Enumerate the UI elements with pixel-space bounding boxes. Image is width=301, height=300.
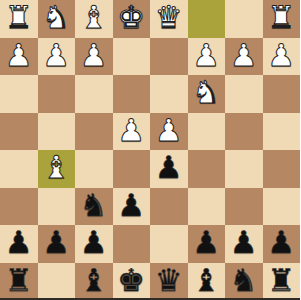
square-b8[interactable]: ♞: [225, 263, 263, 300]
square-h6[interactable]: [0, 188, 38, 226]
square-h1[interactable]: ♜: [0, 0, 38, 38]
square-d3[interactable]: [150, 75, 188, 113]
square-e4[interactable]: ♟: [113, 113, 151, 151]
white-bishop-g5[interactable]: ♝: [42, 152, 70, 183]
black-bishop-f8[interactable]: ♝: [80, 265, 108, 296]
square-d7[interactable]: [150, 225, 188, 263]
square-b6[interactable]: [225, 188, 263, 226]
square-a7[interactable]: ♟: [263, 225, 301, 263]
square-d5[interactable]: ♟: [150, 150, 188, 188]
square-d8[interactable]: ♛: [150, 263, 188, 300]
square-c4[interactable]: [188, 113, 226, 151]
square-e3[interactable]: [113, 75, 151, 113]
square-d6[interactable]: [150, 188, 188, 226]
black-rook-a8[interactable]: ♜: [267, 265, 295, 296]
square-f2[interactable]: ♟: [75, 38, 113, 76]
square-a6[interactable]: [263, 188, 301, 226]
black-king-e8[interactable]: ♚: [117, 265, 145, 296]
white-pawn-a2[interactable]: ♟: [267, 40, 295, 71]
white-pawn-c2[interactable]: ♟: [192, 40, 220, 71]
square-g2[interactable]: ♟: [38, 38, 76, 76]
square-c1[interactable]: [188, 0, 226, 38]
square-c5[interactable]: [188, 150, 226, 188]
black-knight-f6[interactable]: ♞: [80, 190, 108, 221]
square-e6[interactable]: ♟: [113, 188, 151, 226]
square-a5[interactable]: [263, 150, 301, 188]
square-f6[interactable]: ♞: [75, 188, 113, 226]
square-g4[interactable]: [38, 113, 76, 151]
white-bishop-f1[interactable]: ♝: [80, 2, 108, 33]
white-queen-d1[interactable]: ♛: [155, 2, 183, 33]
white-knight-g1[interactable]: ♞: [42, 2, 70, 33]
square-g1[interactable]: ♞: [38, 0, 76, 38]
square-a3[interactable]: [263, 75, 301, 113]
square-h5[interactable]: [0, 150, 38, 188]
square-a2[interactable]: ♟: [263, 38, 301, 76]
square-e2[interactable]: [113, 38, 151, 76]
black-pawn-c7[interactable]: ♟: [192, 227, 220, 258]
square-f8[interactable]: ♝: [75, 263, 113, 300]
square-h4[interactable]: [0, 113, 38, 151]
black-pawn-h7[interactable]: ♟: [5, 227, 33, 258]
square-a1[interactable]: ♜: [263, 0, 301, 38]
square-h3[interactable]: [0, 75, 38, 113]
black-pawn-b7[interactable]: ♟: [230, 227, 258, 258]
square-b5[interactable]: [225, 150, 263, 188]
square-d2[interactable]: [150, 38, 188, 76]
white-pawn-f2[interactable]: ♟: [80, 40, 108, 71]
black-rook-h8[interactable]: ♜: [5, 265, 33, 296]
square-b4[interactable]: [225, 113, 263, 151]
square-f7[interactable]: ♟: [75, 225, 113, 263]
white-rook-h1[interactable]: ♜: [5, 2, 33, 33]
square-e1[interactable]: ♚: [113, 0, 151, 38]
square-b7[interactable]: ♟: [225, 225, 263, 263]
square-g6[interactable]: [38, 188, 76, 226]
black-queen-d8[interactable]: ♛: [155, 265, 183, 296]
white-pawn-g2[interactable]: ♟: [42, 40, 70, 71]
square-a8[interactable]: ♜: [263, 263, 301, 300]
square-c6[interactable]: [188, 188, 226, 226]
black-knight-b8[interactable]: ♞: [230, 265, 258, 296]
square-c3[interactable]: ♞: [188, 75, 226, 113]
chess-board-wrap: ♜♞♝♚♛♜♟♟♟♟♟♟♞♟♟♝♟♞♟♟♟♟♟♟♟♜♝♚♛♝♞♜: [0, 0, 300, 300]
black-pawn-d5[interactable]: ♟: [155, 152, 183, 183]
black-pawn-g7[interactable]: ♟: [42, 227, 70, 258]
square-e5[interactable]: [113, 150, 151, 188]
square-a4[interactable]: [263, 113, 301, 151]
square-b1[interactable]: [225, 0, 263, 38]
square-e7[interactable]: [113, 225, 151, 263]
square-e8[interactable]: ♚: [113, 263, 151, 300]
square-d1[interactable]: ♛: [150, 0, 188, 38]
black-pawn-a7[interactable]: ♟: [267, 227, 295, 258]
square-g8[interactable]: [38, 263, 76, 300]
square-g5[interactable]: ♝: [38, 150, 76, 188]
black-bishop-c8[interactable]: ♝: [192, 265, 220, 296]
white-rook-a1[interactable]: ♜: [267, 2, 295, 33]
square-f3[interactable]: [75, 75, 113, 113]
square-g3[interactable]: [38, 75, 76, 113]
square-c8[interactable]: ♝: [188, 263, 226, 300]
square-h7[interactable]: ♟: [0, 225, 38, 263]
square-b3[interactable]: [225, 75, 263, 113]
chess-board: ♜♞♝♚♛♜♟♟♟♟♟♟♞♟♟♝♟♞♟♟♟♟♟♟♟♜♝♚♛♝♞♜: [0, 0, 300, 300]
white-pawn-h2[interactable]: ♟: [5, 40, 33, 71]
square-f5[interactable]: [75, 150, 113, 188]
white-king-e1[interactable]: ♚: [117, 2, 145, 33]
square-c2[interactable]: ♟: [188, 38, 226, 76]
white-pawn-e4[interactable]: ♟: [117, 115, 145, 146]
white-pawn-d4[interactable]: ♟: [155, 115, 183, 146]
square-f4[interactable]: [75, 113, 113, 151]
black-pawn-f7[interactable]: ♟: [80, 227, 108, 258]
white-pawn-b2[interactable]: ♟: [230, 40, 258, 71]
square-h2[interactable]: ♟: [0, 38, 38, 76]
square-d4[interactable]: ♟: [150, 113, 188, 151]
square-c7[interactable]: ♟: [188, 225, 226, 263]
square-f1[interactable]: ♝: [75, 0, 113, 38]
square-g7[interactable]: ♟: [38, 225, 76, 263]
black-pawn-e6[interactable]: ♟: [117, 190, 145, 221]
white-knight-c3[interactable]: ♞: [192, 77, 220, 108]
square-b2[interactable]: ♟: [225, 38, 263, 76]
square-h8[interactable]: ♜: [0, 263, 38, 300]
